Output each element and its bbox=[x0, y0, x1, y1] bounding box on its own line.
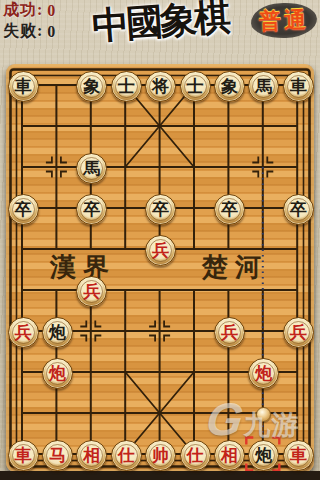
losses-value: 0 bbox=[47, 23, 56, 41]
piece-red-elephant[interactable]: 相 bbox=[76, 440, 107, 471]
piece-black-advisor[interactable]: 士 bbox=[180, 71, 211, 102]
piece-black-advisor[interactable]: 士 bbox=[111, 71, 142, 102]
piece-black-cannon[interactable]: 炮 bbox=[248, 440, 279, 471]
piece-red-advisor[interactable]: 仕 bbox=[111, 440, 142, 471]
piece-black-pawn[interactable]: 卒 bbox=[145, 194, 176, 225]
piece-black-elephant[interactable]: 象 bbox=[214, 71, 245, 102]
piece-red-advisor[interactable]: 仕 bbox=[180, 440, 211, 471]
piece-black-elephant[interactable]: 象 bbox=[76, 71, 107, 102]
wins-label: 成功: bbox=[3, 0, 43, 21]
piece-red-rook[interactable]: 車 bbox=[283, 440, 314, 471]
piece-black-pawn[interactable]: 卒 bbox=[76, 194, 107, 225]
xiangqi-app: 成功: 0 失败: 0 中國象棋 普通 漢界 楚河 車象士将士象馬車馬卒卒卒卒卒… bbox=[0, 0, 320, 480]
piece-red-king[interactable]: 帅 bbox=[145, 440, 176, 471]
piece-black-rook[interactable]: 車 bbox=[283, 71, 314, 102]
piece-red-rook[interactable]: 車 bbox=[8, 440, 39, 471]
piece-black-pawn[interactable]: 卒 bbox=[8, 194, 39, 225]
piece-black-general[interactable]: 将 bbox=[145, 71, 176, 102]
piece-black-horse[interactable]: 馬 bbox=[76, 153, 107, 184]
xiangqi-board[interactable]: 漢界 楚河 車象士将士象馬車馬卒卒卒卒卒炮炮兵兵兵兵兵炮炮車马相仕帅仕相車 bbox=[6, 64, 314, 472]
river-label-right: 楚河 bbox=[202, 250, 268, 285]
piece-black-cannon[interactable]: 炮 bbox=[42, 317, 73, 348]
app-title: 中國象棋 bbox=[90, 0, 229, 52]
piece-black-horse[interactable]: 馬 bbox=[248, 71, 279, 102]
piece-red-cannon[interactable]: 炮 bbox=[248, 358, 279, 389]
bottom-shadow-strip bbox=[0, 471, 320, 480]
piece-red-pawn[interactable]: 兵 bbox=[214, 317, 245, 348]
wins-value: 0 bbox=[47, 2, 56, 20]
losses-counter: 失败: 0 bbox=[3, 21, 56, 42]
piece-red-cannon[interactable]: 炮 bbox=[42, 358, 73, 389]
piece-red-pawn[interactable]: 兵 bbox=[145, 235, 176, 266]
wins-counter: 成功: 0 bbox=[3, 0, 56, 21]
difficulty-button-label: 普通 bbox=[258, 5, 309, 37]
score-panel: 成功: 0 失败: 0 bbox=[3, 0, 56, 42]
piece-red-pawn[interactable]: 兵 bbox=[76, 276, 107, 307]
difficulty-button[interactable]: 普通 bbox=[250, 2, 317, 39]
piece-red-horse[interactable]: 马 bbox=[42, 440, 73, 471]
losses-label: 失败: bbox=[3, 21, 43, 42]
move-indicator-ball bbox=[256, 407, 271, 422]
piece-red-pawn[interactable]: 兵 bbox=[8, 317, 39, 348]
piece-red-pawn[interactable]: 兵 bbox=[283, 317, 314, 348]
piece-black-pawn[interactable]: 卒 bbox=[214, 194, 245, 225]
piece-black-rook[interactable]: 車 bbox=[8, 71, 39, 102]
piece-black-pawn[interactable]: 卒 bbox=[283, 194, 314, 225]
piece-red-elephant[interactable]: 相 bbox=[214, 440, 245, 471]
